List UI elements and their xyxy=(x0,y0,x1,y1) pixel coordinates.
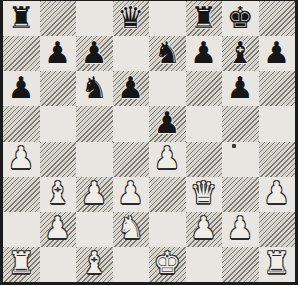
square-b1 xyxy=(40,247,77,282)
square-h8 xyxy=(259,1,296,36)
piece-white-rook: ♜ xyxy=(8,248,35,278)
square-c1: ♝ xyxy=(76,247,113,282)
square-b5 xyxy=(40,106,77,141)
chess-board: ♜♛♜♚♟♟♞♟♝♟♟♞♟♟♟♟♟♝♟♟♛♟♟♞♟♟♜♝♚♜ xyxy=(0,0,298,285)
square-g4 xyxy=(222,142,259,177)
square-a4: ♟ xyxy=(3,142,40,177)
square-g5 xyxy=(222,106,259,141)
piece-white-pawn: ♟ xyxy=(227,213,254,243)
piece-black-pawn: ♟ xyxy=(263,38,290,68)
square-g8: ♚ xyxy=(222,1,259,36)
square-d2: ♞ xyxy=(113,212,150,247)
square-f8: ♜ xyxy=(186,1,223,36)
piece-white-pawn: ♟ xyxy=(154,143,181,173)
square-a7 xyxy=(3,36,40,71)
piece-white-rook: ♜ xyxy=(263,248,290,278)
piece-white-queen: ♛ xyxy=(190,178,217,208)
piece-black-bishop: ♝ xyxy=(227,38,254,68)
square-d6: ♟ xyxy=(113,71,150,106)
piece-black-pawn: ♟ xyxy=(81,38,108,68)
square-g7: ♝ xyxy=(222,36,259,71)
square-g3 xyxy=(222,177,259,212)
square-d3: ♟ xyxy=(113,177,150,212)
square-d4 xyxy=(113,142,150,177)
square-h4 xyxy=(259,142,296,177)
square-c5 xyxy=(76,106,113,141)
square-g2: ♟ xyxy=(222,212,259,247)
square-e5: ♟ xyxy=(149,106,186,141)
square-c3: ♟ xyxy=(76,177,113,212)
square-b8 xyxy=(40,1,77,36)
square-h6 xyxy=(259,71,296,106)
square-h7: ♟ xyxy=(259,36,296,71)
square-f3: ♛ xyxy=(186,177,223,212)
piece-black-rook: ♜ xyxy=(8,3,35,33)
piece-white-bishop: ♝ xyxy=(44,178,71,208)
piece-white-bishop: ♝ xyxy=(81,248,108,278)
piece-white-pawn: ♟ xyxy=(263,178,290,208)
square-d7 xyxy=(113,36,150,71)
square-e3 xyxy=(149,177,186,212)
square-c7: ♟ xyxy=(76,36,113,71)
piece-black-pawn: ♟ xyxy=(117,73,144,103)
square-h5 xyxy=(259,106,296,141)
square-a2 xyxy=(3,212,40,247)
scanned-chess-diagram: ♜♛♜♚♟♟♞♟♝♟♟♞♟♟♟♟♟♝♟♟♛♟♟♞♟♟♜♝♚♜ xyxy=(0,0,298,285)
square-b4 xyxy=(40,142,77,177)
ink-spot-artifact xyxy=(232,144,236,148)
square-f1 xyxy=(186,247,223,282)
piece-black-knight: ♞ xyxy=(154,38,181,68)
square-c2 xyxy=(76,212,113,247)
square-f5 xyxy=(186,106,223,141)
square-e6 xyxy=(149,71,186,106)
piece-white-pawn: ♟ xyxy=(8,143,35,173)
square-c4 xyxy=(76,142,113,177)
square-b3: ♝ xyxy=(40,177,77,212)
square-a3 xyxy=(3,177,40,212)
piece-black-pawn: ♟ xyxy=(190,38,217,68)
square-e8 xyxy=(149,1,186,36)
square-h2 xyxy=(259,212,296,247)
square-h1: ♜ xyxy=(259,247,296,282)
square-d5 xyxy=(113,106,150,141)
square-e1: ♚ xyxy=(149,247,186,282)
square-g1 xyxy=(222,247,259,282)
square-f6 xyxy=(186,71,223,106)
piece-black-knight: ♞ xyxy=(81,73,108,103)
piece-black-pawn: ♟ xyxy=(8,73,35,103)
square-c6: ♞ xyxy=(76,71,113,106)
piece-black-king: ♚ xyxy=(227,3,254,33)
square-g6: ♟ xyxy=(222,71,259,106)
piece-black-pawn: ♟ xyxy=(227,73,254,103)
square-d1 xyxy=(113,247,150,282)
square-e2 xyxy=(149,212,186,247)
piece-white-pawn: ♟ xyxy=(44,213,71,243)
piece-white-pawn: ♟ xyxy=(81,178,108,208)
piece-black-queen: ♛ xyxy=(117,3,144,33)
square-b2: ♟ xyxy=(40,212,77,247)
piece-white-pawn: ♟ xyxy=(117,178,144,208)
piece-white-knight: ♞ xyxy=(117,213,144,243)
square-h3: ♟ xyxy=(259,177,296,212)
square-f7: ♟ xyxy=(186,36,223,71)
square-c8 xyxy=(76,1,113,36)
square-a1: ♜ xyxy=(3,247,40,282)
piece-black-rook: ♜ xyxy=(190,3,217,33)
square-b6 xyxy=(40,71,77,106)
square-a5 xyxy=(3,106,40,141)
square-e4: ♟ xyxy=(149,142,186,177)
square-d8: ♛ xyxy=(113,1,150,36)
square-f4 xyxy=(186,142,223,177)
square-b7: ♟ xyxy=(40,36,77,71)
piece-white-king: ♚ xyxy=(154,248,181,278)
piece-black-pawn: ♟ xyxy=(154,108,181,138)
piece-black-pawn: ♟ xyxy=(44,38,71,68)
square-a8: ♜ xyxy=(3,1,40,36)
square-e7: ♞ xyxy=(149,36,186,71)
square-f2: ♟ xyxy=(186,212,223,247)
piece-white-pawn: ♟ xyxy=(190,213,217,243)
square-a6: ♟ xyxy=(3,71,40,106)
